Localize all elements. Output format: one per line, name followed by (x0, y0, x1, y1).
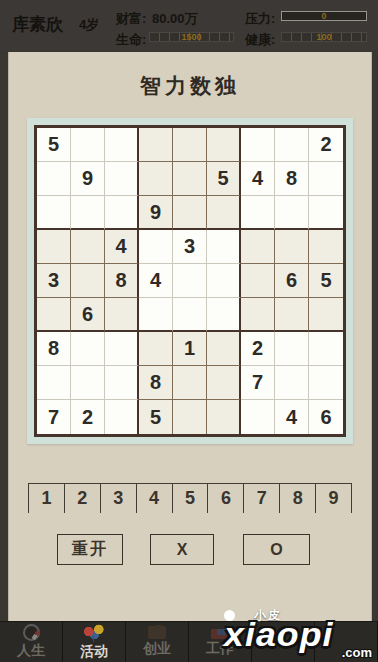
sudoku-cell-r9c2[interactable]: 2 (71, 400, 105, 434)
sudoku-cell-r8c7[interactable]: 7 (241, 366, 275, 400)
sudoku-cell-r3c2[interactable] (71, 196, 105, 230)
sudoku-cell-r6c5[interactable] (173, 298, 207, 332)
sudoku-cell-r3c8[interactable] (275, 196, 309, 230)
sudoku-cell-r4c7[interactable] (241, 230, 275, 264)
sudoku-cell-r1c6[interactable] (207, 128, 241, 162)
sudoku-cell-r9c6[interactable] (207, 400, 241, 434)
sudoku-cell-r6c4[interactable] (139, 298, 173, 332)
sudoku-cell-r3c5[interactable] (173, 196, 207, 230)
numpad-3[interactable]: 3 (100, 483, 136, 513)
numpad-2[interactable]: 2 (64, 483, 100, 513)
pressure-bar: 0 (281, 11, 367, 21)
sudoku-cell-r1c5[interactable] (173, 128, 207, 162)
balloons-icon (83, 624, 105, 642)
sudoku-cell-r7c4[interactable] (139, 332, 173, 366)
sudoku-cell-r5c1[interactable]: 3 (37, 264, 71, 298)
tab-label: 工作 (206, 641, 234, 655)
erase-x-button[interactable]: X (150, 534, 214, 565)
tab-人生[interactable]: 人生 (0, 622, 63, 662)
sudoku-cell-r5c9[interactable]: 5 (309, 264, 343, 298)
sudoku-cell-r4c6[interactable] (207, 230, 241, 264)
no-icon (272, 624, 294, 642)
life-bar: 1500 (149, 32, 234, 42)
sudoku-cell-r2c2[interactable]: 9 (71, 162, 105, 196)
sudoku-cell-r8c6[interactable] (207, 366, 241, 400)
briefcase-icon (148, 626, 166, 639)
sudoku-cell-r1c2[interactable] (71, 128, 105, 162)
sudoku-cell-r7c7[interactable]: 2 (241, 332, 275, 366)
sudoku-board: 5295489433846568128772546 (34, 125, 346, 437)
numpad-5[interactable]: 5 (172, 483, 208, 513)
sudoku-modal: 智力数独 5295489433846568128772546 123456789… (8, 52, 372, 622)
tab-hidden-4[interactable] (252, 622, 315, 662)
sudoku-cell-r6c3[interactable] (105, 298, 139, 332)
sudoku-cell-r1c8[interactable] (275, 128, 309, 162)
sudoku-cell-r4c4[interactable] (139, 230, 173, 264)
sudoku-cell-r5c3[interactable]: 8 (105, 264, 139, 298)
sudoku-cell-r4c9[interactable] (309, 230, 343, 264)
sudoku-cell-r7c1[interactable]: 8 (37, 332, 71, 366)
sudoku-cell-r2c5[interactable] (173, 162, 207, 196)
sudoku-cell-r6c9[interactable] (309, 298, 343, 332)
sudoku-cell-r7c5[interactable]: 1 (173, 332, 207, 366)
confirm-o-button[interactable]: O (243, 534, 310, 565)
sudoku-cell-r7c2[interactable] (71, 332, 105, 366)
wealth-value: 80.00万 (152, 10, 198, 28)
sudoku-cell-r1c1[interactable]: 5 (37, 128, 71, 162)
sudoku-cell-r5c6[interactable] (207, 264, 241, 298)
sudoku-cell-r1c4[interactable] (139, 128, 173, 162)
sudoku-cell-r4c1[interactable] (37, 230, 71, 264)
sudoku-cell-r4c3[interactable]: 4 (105, 230, 139, 264)
pressure-value: 0 (282, 12, 366, 20)
life-value: 1500 (150, 33, 233, 41)
pressure-label: 压力: (245, 10, 275, 28)
sudoku-cell-r5c8[interactable]: 6 (275, 264, 309, 298)
sudoku-board-frame: 5295489433846568128772546 (27, 118, 353, 444)
sudoku-cell-r2c9[interactable] (309, 162, 343, 196)
sudoku-cell-r5c5[interactable] (173, 264, 207, 298)
sudoku-cell-r2c1[interactable] (37, 162, 71, 196)
sudoku-cell-r6c2[interactable]: 6 (71, 298, 105, 332)
sudoku-cell-r9c9[interactable]: 6 (309, 400, 343, 434)
sudoku-cell-r2c4[interactable] (139, 162, 173, 196)
sudoku-cell-r1c9[interactable]: 2 (309, 128, 343, 162)
sudoku-cell-r9c4[interactable]: 5 (139, 400, 173, 434)
sudoku-cell-r3c1[interactable] (37, 196, 71, 230)
numpad-8[interactable]: 8 (279, 483, 315, 513)
sudoku-cell-r8c3[interactable] (105, 366, 139, 400)
sudoku-cell-r7c3[interactable] (105, 332, 139, 366)
sudoku-cell-r9c1[interactable]: 7 (37, 400, 71, 434)
sudoku-cell-r2c3[interactable] (105, 162, 139, 196)
sudoku-cell-r9c5[interactable] (173, 400, 207, 434)
tab-创业[interactable]: 创业 (126, 622, 189, 662)
sudoku-cell-r5c7[interactable] (241, 264, 275, 298)
sudoku-cell-r9c7[interactable] (241, 400, 275, 434)
sudoku-cell-r1c7[interactable] (241, 128, 275, 162)
sudoku-cell-r2c8[interactable]: 8 (275, 162, 309, 196)
sudoku-cell-r3c6[interactable] (207, 196, 241, 230)
sudoku-cell-r7c9[interactable] (309, 332, 343, 366)
sudoku-cell-r8c8[interactable] (275, 366, 309, 400)
numpad-6[interactable]: 6 (207, 483, 243, 513)
sudoku-cell-r7c6[interactable] (207, 332, 241, 366)
sudoku-cell-r6c1[interactable] (37, 298, 71, 332)
sudoku-cell-r6c6[interactable] (207, 298, 241, 332)
sudoku-cell-r6c7[interactable] (241, 298, 275, 332)
health-bar: 100 (281, 32, 367, 42)
number-pad: 123456789 (28, 483, 352, 513)
sudoku-cell-r3c7[interactable] (241, 196, 275, 230)
tab-label: 创业 (143, 641, 171, 655)
sudoku-cell-r6c8[interactable] (275, 298, 309, 332)
modal-title: 智力数独 (8, 52, 372, 100)
tab-hidden-5[interactable] (315, 622, 378, 662)
tab-label: 人生 (17, 643, 45, 657)
work-icon (211, 629, 229, 639)
life-label: 生命: (116, 31, 146, 49)
sudoku-cell-r5c4[interactable]: 4 (139, 264, 173, 298)
health-label: 健康: (245, 31, 275, 49)
numpad-9[interactable]: 9 (315, 483, 352, 513)
top-status-bar: 库素欣 4岁 财富: 80.00万 压力: 0 生命: 1500 健康: 100 (0, 0, 378, 50)
restart-button[interactable]: 重开 (57, 534, 123, 565)
sudoku-cell-r3c3[interactable] (105, 196, 139, 230)
sudoku-cell-r8c9[interactable] (309, 366, 343, 400)
tab-label: 活动 (80, 644, 108, 658)
player-name: 库素欣 (12, 13, 63, 36)
sudoku-cell-r2c7[interactable]: 4 (241, 162, 275, 196)
sudoku-cell-r4c2[interactable] (71, 230, 105, 264)
numpad-1[interactable]: 1 (28, 483, 64, 513)
tab-bar: 人生活动创业工作 (0, 621, 378, 662)
sudoku-cell-r3c4[interactable]: 9 (139, 196, 173, 230)
sudoku-cell-r9c8[interactable]: 4 (275, 400, 309, 434)
wealth-label: 财富: (116, 10, 146, 28)
compass-icon (23, 624, 40, 641)
tab-活动[interactable]: 活动 (63, 622, 126, 662)
numpad-4[interactable]: 4 (136, 483, 172, 513)
sudoku-cell-r1c3[interactable] (105, 128, 139, 162)
sudoku-cell-r8c5[interactable] (173, 366, 207, 400)
sudoku-cell-r8c1[interactable] (37, 366, 71, 400)
sudoku-cell-r7c8[interactable] (275, 332, 309, 366)
sudoku-cell-r2c6[interactable]: 5 (207, 162, 241, 196)
sudoku-cell-r3c9[interactable] (309, 196, 343, 230)
numpad-7[interactable]: 7 (243, 483, 279, 513)
health-value: 100 (282, 33, 366, 41)
sudoku-cell-r9c3[interactable] (105, 400, 139, 434)
sudoku-cell-r5c2[interactable] (71, 264, 105, 298)
tab-工作[interactable]: 工作 (189, 622, 252, 662)
player-age: 4岁 (79, 16, 99, 34)
sudoku-cell-r8c2[interactable] (71, 366, 105, 400)
sudoku-cell-r8c4[interactable]: 8 (139, 366, 173, 400)
sudoku-cell-r4c5[interactable]: 3 (173, 230, 207, 264)
sudoku-cell-r4c8[interactable] (275, 230, 309, 264)
no-icon (335, 624, 357, 642)
